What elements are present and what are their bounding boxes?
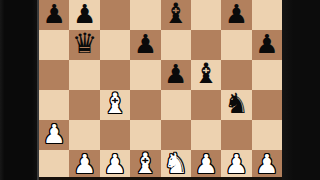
square-f4[interactable] (191, 90, 221, 120)
piece-black-knight[interactable]: ♞ (224, 89, 249, 119)
square-b3[interactable] (69, 120, 99, 150)
square-a3[interactable]: ♟ (39, 120, 69, 150)
square-h2[interactable]: ♟ (252, 150, 282, 180)
piece-black-pawn[interactable]: ♟ (134, 29, 157, 59)
square-f7[interactable] (191, 0, 221, 30)
square-b2[interactable]: ♟ (69, 150, 99, 180)
piece-white-bishop[interactable]: ♝ (133, 149, 158, 179)
square-g7[interactable]: ♟ (221, 0, 251, 30)
piece-black-bishop[interactable]: ♝ (194, 59, 219, 89)
square-e3[interactable] (161, 120, 191, 150)
piece-white-pawn[interactable]: ♟ (73, 149, 96, 179)
square-g3[interactable] (221, 120, 251, 150)
square-a5[interactable] (39, 60, 69, 90)
square-f6[interactable] (191, 30, 221, 60)
square-c6[interactable] (100, 30, 130, 60)
square-d3[interactable] (130, 120, 160, 150)
square-h7[interactable] (252, 0, 282, 30)
chess-thumbnail: ♟♟♝♟♛♟♟♟♝♝♞♟♟♟♝♞♟♟♟ (0, 0, 320, 180)
square-c7[interactable] (100, 0, 130, 30)
square-h6[interactable]: ♟ (252, 30, 282, 60)
square-d4[interactable] (130, 90, 160, 120)
square-e2[interactable]: ♞ (161, 150, 191, 180)
square-b4[interactable] (69, 90, 99, 120)
square-g2[interactable]: ♟ (221, 150, 251, 180)
piece-white-pawn[interactable]: ♟ (194, 149, 217, 179)
square-b7[interactable]: ♟ (69, 0, 99, 30)
board-bottom-edge-line (39, 177, 282, 180)
piece-black-pawn[interactable]: ♟ (43, 0, 66, 29)
square-c4[interactable]: ♝ (100, 90, 130, 120)
piece-white-bishop[interactable]: ♝ (102, 89, 127, 119)
square-h5[interactable] (252, 60, 282, 90)
square-c5[interactable] (100, 60, 130, 90)
piece-black-bishop[interactable]: ♝ (163, 0, 188, 29)
piece-black-pawn[interactable]: ♟ (225, 0, 248, 29)
piece-white-pawn[interactable]: ♟ (103, 149, 126, 179)
chess-board: ♟♟♝♟♛♟♟♟♝♝♞♟♟♟♝♞♟♟♟ (39, 0, 282, 180)
square-c2[interactable]: ♟ (100, 150, 130, 180)
square-e5[interactable]: ♟ (161, 60, 191, 90)
square-g6[interactable] (221, 30, 251, 60)
square-g5[interactable] (221, 60, 251, 90)
square-h4[interactable] (252, 90, 282, 120)
square-f2[interactable]: ♟ (191, 150, 221, 180)
square-b6[interactable]: ♛ (69, 30, 99, 60)
piece-white-pawn[interactable]: ♟ (43, 119, 66, 149)
square-a4[interactable] (39, 90, 69, 120)
left-letterbox-bar (0, 0, 37, 180)
square-d6[interactable]: ♟ (130, 30, 160, 60)
square-e7[interactable]: ♝ (161, 0, 191, 30)
square-g4[interactable]: ♞ (221, 90, 251, 120)
square-f3[interactable] (191, 120, 221, 150)
square-h3[interactable] (252, 120, 282, 150)
square-f5[interactable]: ♝ (191, 60, 221, 90)
piece-black-queen[interactable]: ♛ (72, 29, 97, 59)
square-e6[interactable] (161, 30, 191, 60)
piece-black-pawn[interactable]: ♟ (164, 59, 187, 89)
square-d2[interactable]: ♝ (130, 150, 160, 180)
square-e4[interactable] (161, 90, 191, 120)
square-b5[interactable] (69, 60, 99, 90)
square-a6[interactable] (39, 30, 69, 60)
piece-white-knight[interactable]: ♞ (163, 149, 188, 179)
square-d7[interactable] (130, 0, 160, 30)
right-letterbox-bar (282, 0, 320, 180)
square-a2[interactable] (39, 150, 69, 180)
square-c3[interactable] (100, 120, 130, 150)
piece-white-pawn[interactable]: ♟ (225, 149, 248, 179)
piece-black-pawn[interactable]: ♟ (255, 29, 278, 59)
square-d5[interactable] (130, 60, 160, 90)
piece-black-pawn[interactable]: ♟ (73, 0, 96, 29)
square-a7[interactable]: ♟ (39, 0, 69, 30)
piece-white-pawn[interactable]: ♟ (255, 149, 278, 179)
